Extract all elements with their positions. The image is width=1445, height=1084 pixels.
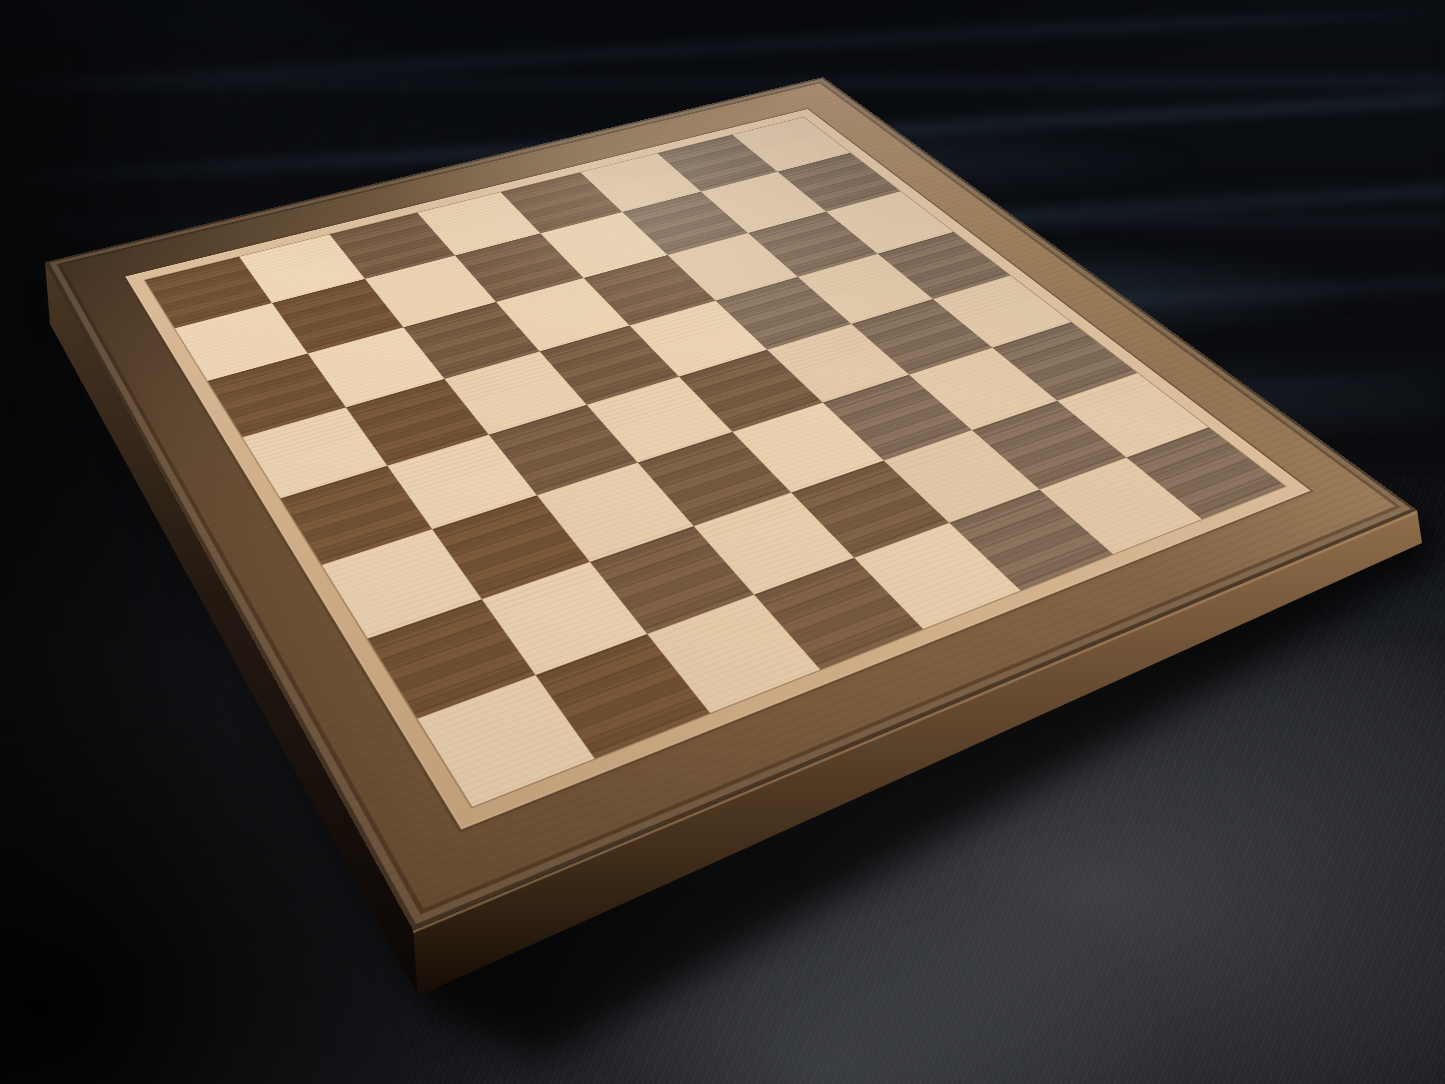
photo-scene [0,0,1445,1084]
